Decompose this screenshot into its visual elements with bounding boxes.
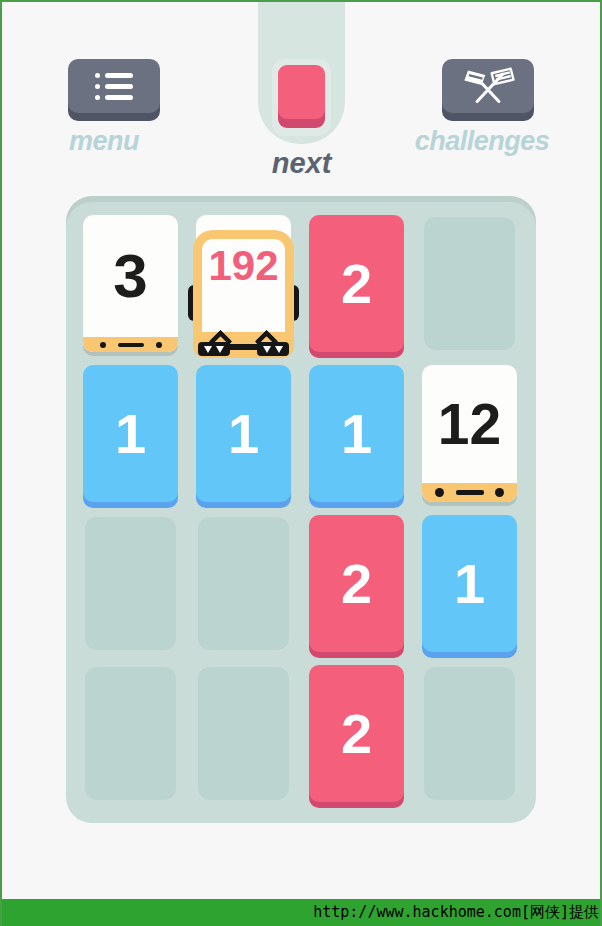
tile-2[interactable]: 2 [309, 215, 404, 352]
challenges-button[interactable] [442, 59, 534, 113]
tile-number: 1 [228, 406, 259, 462]
menu-button[interactable] [68, 59, 160, 113]
tile-1[interactable]: 1 [309, 365, 404, 502]
board-grid: 3192211112212 [83, 215, 517, 802]
empty-slot [424, 667, 515, 800]
tile-2[interactable]: 2 [309, 665, 404, 802]
frame-border-left [0, 0, 2, 926]
menu-label: menu [44, 126, 164, 157]
tile-12[interactable]: 12 [422, 365, 517, 502]
tile-1[interactable]: 1 [422, 515, 517, 652]
tile-number: 1 [115, 406, 146, 462]
tile-number: 2 [341, 706, 372, 762]
crossed-flags-icon [459, 66, 517, 106]
challenges-label: challenges [386, 126, 578, 157]
empty-slot [424, 217, 515, 350]
next-label: next [241, 147, 362, 180]
game-board[interactable]: 3192211112212 [66, 196, 536, 823]
empty-slot [198, 667, 289, 800]
tile-1[interactable]: 1 [83, 365, 178, 502]
tile-number: 192 [208, 245, 278, 323]
tile-3[interactable]: 3 [83, 215, 178, 352]
tile-number: 12 [438, 396, 501, 472]
tile-number: 2 [341, 256, 372, 312]
watermark-text: http://www.hackhome.com[网侠]提供 [313, 903, 599, 922]
tile-number: 3 [113, 245, 147, 322]
tile-192[interactable]: 192 [196, 215, 291, 352]
list-icon [95, 73, 133, 100]
empty-slot [85, 517, 176, 650]
tile-2[interactable]: 2 [309, 515, 404, 652]
empty-slot [198, 517, 289, 650]
tile-number: 1 [454, 556, 485, 612]
threes-app-screen: next menu challeng [0, 0, 602, 926]
next-tile-ring [272, 59, 331, 136]
next-tile-column [258, 0, 345, 144]
empty-slot [85, 667, 176, 800]
watermark-bar: http://www.hackhome.com[网侠]提供 [0, 899, 602, 926]
tile-1[interactable]: 1 [196, 365, 291, 502]
tile-number: 1 [341, 406, 372, 462]
tile-number: 2 [341, 556, 372, 612]
next-tile-preview [278, 65, 325, 119]
frame-border-top [0, 0, 602, 2]
